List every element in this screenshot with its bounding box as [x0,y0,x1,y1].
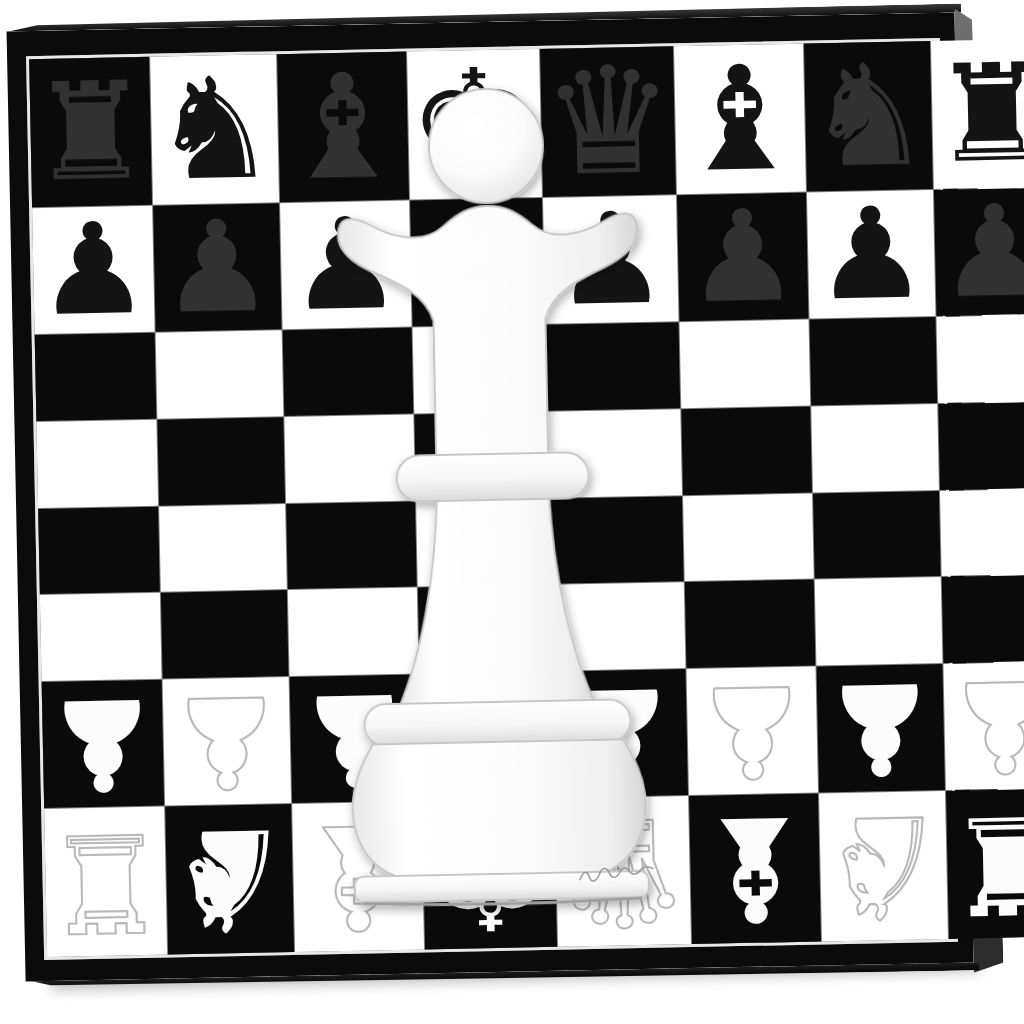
square-h6 [936,315,1024,403]
square-c5 [284,414,415,502]
black-pawn-f7: ♟ [685,193,800,321]
square-f8: ♝ [674,44,806,195]
square-e8: ♛ [540,46,676,197]
square-d7: ♟ [410,198,545,327]
black-pawn-a7: ♟ [36,206,151,334]
square-a8: ♜ [29,57,152,207]
square-f1: ♝ [689,793,821,944]
white-pawn-f2: ♟ [695,667,810,795]
black-bishop-c8: ♝ [277,54,409,201]
black-rook-a8: ♜ [29,64,152,200]
art-print-photo: ♜♞♝♚♛♝♞♜♟♟♟♟♟♟♟♟♟♟♟♟♟♟♟♟♜♞♝♚♛♝♞♜ [0,0,1024,1024]
square-e5 [548,409,682,497]
black-rook-h8: ♜ [931,46,1024,182]
art-canvas: ♜♞♝♚♛♝♞♜♟♟♟♟♟♟♟♟♟♟♟♟♟♟♟♟♜♞♝♚♛♝♞♜ [7,13,974,982]
square-c2: ♟ [289,674,421,803]
white-pawn-e2: ♟ [563,669,678,797]
square-c1: ♝ [292,801,424,952]
square-a4 [38,506,160,594]
black-knight-g8: ♞ [804,45,932,187]
square-h4 [940,488,1024,576]
square-h8: ♜ [931,39,1024,189]
white-pawn-a2: ♟ [45,680,160,808]
square-b7: ♟ [153,203,281,331]
black-pawn-b7: ♟ [159,203,274,331]
black-pawn-g7: ♟ [813,190,928,318]
square-b2: ♟ [163,677,291,805]
square-d3 [418,585,552,673]
square-a3 [40,593,162,681]
white-bishop-c1: ♝ [292,803,424,950]
square-a5 [36,419,158,507]
white-pawn-c2: ♟ [297,675,412,803]
square-d4 [416,498,550,586]
square-g1: ♞ [819,791,947,941]
square-b8: ♞ [150,54,278,204]
square-b4 [159,504,286,592]
white-pawn-h2: ♟ [947,662,1024,790]
square-g3 [815,577,942,665]
square-e1: ♛ [556,796,692,947]
white-queen-e1: ♛ [556,796,692,947]
square-h7: ♟ [934,188,1024,316]
square-g8: ♞ [804,41,932,191]
square-d1: ♚ [422,799,558,950]
square-g6 [810,317,937,405]
square-d5 [414,412,548,500]
white-knight-b1: ♞ [165,808,293,950]
square-d8: ♚ [407,49,543,200]
square-f4 [683,493,814,581]
square-g7: ♟ [807,190,935,318]
square-e2: ♟ [553,669,688,798]
square-f7: ♟ [677,193,809,322]
canvas-front-frame: ♜♞♝♚♛♝♞♜♟♟♟♟♟♟♟♟♟♟♟♟♟♟♟♟♜♞♝♚♛♝♞♜ [7,13,974,982]
white-pawn-b2: ♟ [169,677,284,805]
square-f3 [685,580,816,668]
square-b3 [161,590,288,678]
white-pawn-d2: ♟ [429,672,544,800]
white-knight-g1: ♞ [819,795,947,937]
square-a1: ♜ [44,807,167,957]
board-pinstripe: ♜♞♝♚♛♝♞♜♟♟♟♟♟♟♟♟♟♟♟♟♟♟♟♟♜♞♝♚♛♝♞♜ [26,38,958,960]
square-a7: ♟ [32,206,155,334]
white-rook-h1: ♜ [946,796,1024,932]
square-g5 [811,404,938,492]
square-b5 [158,417,285,505]
square-f2: ♟ [687,666,819,795]
square-b6 [156,330,283,418]
square-d6 [412,325,546,413]
chess-board: ♜♞♝♚♛♝♞♜♟♟♟♟♟♟♟♟♟♟♟♟♟♟♟♟♜♞♝♚♛♝♞♜ [29,41,955,957]
square-c3 [287,588,418,676]
square-g4 [813,490,940,578]
white-rook-a1: ♜ [44,814,167,950]
square-c7: ♟ [280,201,412,330]
black-pawn-e7: ♟ [553,195,668,323]
square-f6 [680,320,811,408]
black-pawn-d7: ♟ [420,198,535,326]
black-pawn-c7: ♟ [288,201,403,329]
square-e7: ♟ [543,195,678,324]
square-h3 [941,575,1024,663]
white-pawn-g2: ♟ [823,664,938,792]
square-f5 [681,406,812,494]
black-queen-e8: ♛ [540,46,676,197]
square-c4 [286,501,417,589]
black-knight-b8: ♞ [150,58,278,200]
square-h2: ♟ [943,662,1024,790]
square-g2: ♟ [817,664,945,792]
square-a6 [35,333,157,421]
square-h1: ♜ [946,789,1024,939]
square-b1: ♞ [165,804,293,954]
square-a2: ♟ [42,680,165,808]
black-king-d8: ♚ [407,49,543,200]
square-h5 [938,401,1024,489]
square-c8: ♝ [277,52,409,203]
square-e4 [549,496,683,584]
square-d2: ♟ [419,672,554,801]
square-c6 [282,328,413,416]
square-e3 [551,582,685,670]
white-king-d1: ♚ [422,799,558,950]
black-bishop-f8: ♝ [674,46,806,193]
white-bishop-f1: ♝ [689,795,821,942]
square-e6 [546,322,680,410]
black-pawn-h7: ♟ [937,188,1024,316]
